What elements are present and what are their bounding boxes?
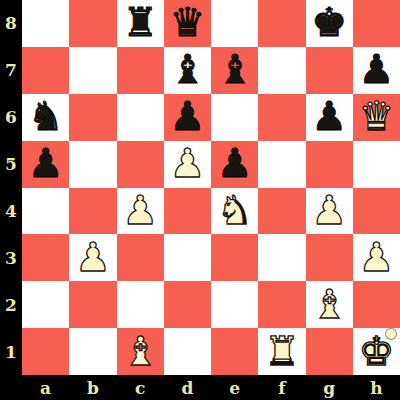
square-h5[interactable] [353,141,400,188]
square-c1[interactable]: ♝ [117,328,164,375]
square-e5[interactable]: ♟ [211,141,258,188]
chess-puzzle-screenshot: 87654321 ♜♛♚♝♝♟♞♟♟♛♟♟♟♟♞♟♟♟♝♝♜♚ abcdefgh [0,0,400,400]
square-e3[interactable] [211,234,258,281]
square-c4[interactable]: ♟ [117,188,164,235]
square-g4[interactable]: ♟ [306,188,353,235]
white-bishop-icon[interactable]: ♝ [311,284,347,324]
rank-label-3: 3 [0,234,22,281]
file-label-g: g [306,375,353,400]
file-label-e: e [211,375,258,400]
black-pawn-icon[interactable]: ♟ [311,96,347,136]
square-h7[interactable]: ♟ [353,47,400,94]
white-king-icon[interactable]: ♚ [358,331,394,371]
square-e1[interactable] [211,328,258,375]
file-label-a: a [22,375,69,400]
square-f2[interactable] [258,281,305,328]
square-b7[interactable] [69,47,116,94]
file-labels: abcdefgh [22,375,400,400]
square-h1[interactable]: ♚ [353,328,400,375]
square-d6[interactable]: ♟ [164,94,211,141]
square-f8[interactable] [258,0,305,47]
white-rook-icon[interactable]: ♜ [264,331,300,371]
square-h2[interactable] [353,281,400,328]
square-c5[interactable] [117,141,164,188]
square-d5[interactable]: ♟ [164,141,211,188]
square-a2[interactable] [22,281,69,328]
square-c7[interactable] [117,47,164,94]
square-d2[interactable] [164,281,211,328]
square-a3[interactable] [22,234,69,281]
square-b1[interactable] [69,328,116,375]
square-d7[interactable]: ♝ [164,47,211,94]
white-knight-icon[interactable]: ♞ [217,190,253,230]
square-f7[interactable] [258,47,305,94]
square-g2[interactable]: ♝ [306,281,353,328]
square-g7[interactable] [306,47,353,94]
square-f6[interactable] [258,94,305,141]
black-queen-icon[interactable]: ♛ [169,2,205,42]
square-e4[interactable]: ♞ [211,188,258,235]
white-bishop-icon[interactable]: ♝ [122,331,158,371]
square-c2[interactable] [117,281,164,328]
file-label-b: b [69,375,116,400]
black-king-icon[interactable]: ♚ [311,2,347,42]
square-b8[interactable] [69,0,116,47]
file-label-d: d [164,375,211,400]
square-f3[interactable] [258,234,305,281]
white-pawn-icon[interactable]: ♟ [122,190,158,230]
square-a4[interactable] [22,188,69,235]
black-rook-icon[interactable]: ♜ [122,2,158,42]
white-pawn-icon[interactable]: ♟ [75,237,111,277]
square-h4[interactable] [353,188,400,235]
square-g3[interactable] [306,234,353,281]
square-d3[interactable] [164,234,211,281]
square-b3[interactable]: ♟ [69,234,116,281]
rank-label-5: 5 [0,141,22,188]
white-queen-icon[interactable]: ♛ [358,96,394,136]
black-bishop-icon[interactable]: ♝ [217,49,253,89]
square-d4[interactable] [164,188,211,235]
square-g8[interactable]: ♚ [306,0,353,47]
square-b6[interactable] [69,94,116,141]
square-a6[interactable]: ♞ [22,94,69,141]
rank-label-1: 1 [0,328,22,375]
square-d1[interactable] [164,328,211,375]
square-f4[interactable] [258,188,305,235]
black-pawn-icon[interactable]: ♟ [358,49,394,89]
rank-label-8: 8 [0,0,22,47]
black-bishop-icon[interactable]: ♝ [169,49,205,89]
square-a8[interactable] [22,0,69,47]
square-c3[interactable] [117,234,164,281]
square-a1[interactable] [22,328,69,375]
black-pawn-icon[interactable]: ♟ [169,96,205,136]
rank-label-6: 6 [0,94,22,141]
white-pawn-icon[interactable]: ♟ [358,237,394,277]
black-pawn-icon[interactable]: ♟ [217,143,253,183]
square-b2[interactable] [69,281,116,328]
square-f5[interactable] [258,141,305,188]
square-a5[interactable]: ♟ [22,141,69,188]
square-h3[interactable]: ♟ [353,234,400,281]
white-pawn-icon[interactable]: ♟ [169,143,205,183]
square-g6[interactable]: ♟ [306,94,353,141]
rank-label-4: 4 [0,188,22,235]
rank-label-7: 7 [0,47,22,94]
chess-board[interactable]: ♜♛♚♝♝♟♞♟♟♛♟♟♟♟♞♟♟♟♝♝♜♚ [22,0,400,375]
square-e7[interactable]: ♝ [211,47,258,94]
square-g5[interactable] [306,141,353,188]
white-pawn-icon[interactable]: ♟ [311,190,347,230]
square-e2[interactable] [211,281,258,328]
square-a7[interactable] [22,47,69,94]
rank-labels: 87654321 [0,0,22,375]
square-e8[interactable] [211,0,258,47]
square-b5[interactable] [69,141,116,188]
black-pawn-icon[interactable]: ♟ [28,143,64,183]
square-d8[interactable]: ♛ [164,0,211,47]
square-g1[interactable] [306,328,353,375]
square-c8[interactable]: ♜ [117,0,164,47]
rank-label-2: 2 [0,281,22,328]
file-label-h: h [353,375,400,400]
file-label-f: f [258,375,305,400]
file-label-c: c [117,375,164,400]
square-h6[interactable]: ♛ [353,94,400,141]
square-c6[interactable] [117,94,164,141]
square-f1[interactable]: ♜ [258,328,305,375]
square-h8[interactable] [353,0,400,47]
black-knight-icon[interactable]: ♞ [28,96,64,136]
square-e6[interactable] [211,94,258,141]
square-b4[interactable] [69,188,116,235]
